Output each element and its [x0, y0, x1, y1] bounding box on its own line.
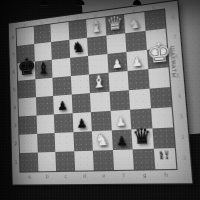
- pieces-layer: ♝♛♞♞♚♝♟♟♚♝♟♟♟♞♟♛: [9, 1, 193, 185]
- captured-black-pawn-0: ♟: [34, 0, 54, 8]
- black-knight-d7[interactable]: ♞: [69, 40, 88, 56]
- black-bishop-b6[interactable]: ♝: [34, 61, 52, 78]
- captured-black-pawn-1: ♟: [70, 0, 90, 8]
- black-queen-g2[interactable]: ♛: [131, 125, 153, 147]
- white-pawn-g6[interactable]: ♟: [127, 55, 148, 69]
- black-pawn-d3[interactable]: ♟: [72, 117, 91, 130]
- chess-board: abcdefgh abcdefgh 87654321 87654321 ШАХМ…: [8, 0, 194, 186]
- black-king-a6[interactable]: ♚: [17, 55, 35, 79]
- photo-scene: abcdefgh abcdefgh 87654321 87654321 ШАХМ…: [0, 0, 200, 200]
- white-pawn-f6[interactable]: ♟: [107, 57, 127, 71]
- white-bishop-e5[interactable]: ♝: [89, 73, 109, 91]
- captured-pieces-top: ♟♟♟: [0, 0, 200, 20]
- white-pawn-f3[interactable]: ♟: [110, 115, 131, 128]
- white-king-h6[interactable]: ♚: [146, 39, 169, 68]
- white-knight-e2[interactable]: ♞: [92, 131, 112, 148]
- white-bishop-e8[interactable]: ♝: [86, 18, 106, 36]
- black-pawn-f2[interactable]: ♟: [112, 135, 133, 148]
- captured-black-pawn-2: ♟: [127, 0, 147, 7]
- black-pawn-c4[interactable]: ♟: [53, 99, 72, 112]
